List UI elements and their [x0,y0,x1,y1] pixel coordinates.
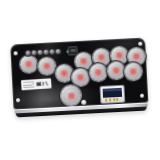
switch-stem [79,57,86,64]
fn-1-button [25,50,30,55]
punch-2-button [92,48,110,66]
fn-5-button [49,49,54,54]
top-plate [10,38,148,110]
fn-4-button [43,49,48,54]
switch-stem [60,69,67,76]
punch-4-button [127,47,145,65]
product-photo [0,0,160,160]
punch-1-button [74,52,92,70]
usb-port [68,47,76,54]
sticker-qr-code [36,81,41,86]
usb-slot [70,49,75,52]
spec-label-sticker [21,78,52,90]
switch-stem [76,73,83,80]
kick-3-button [107,61,125,79]
screw-bottom-left [16,98,20,102]
switch-stem [94,68,101,75]
fn-2-button [31,50,36,55]
switch-stem [112,66,119,73]
up-jump-button [60,85,81,106]
move-down-button [37,57,55,75]
arcade-controller [10,38,149,118]
oled-screen [103,87,122,97]
punch-3-button [110,46,128,64]
kick-1-button [71,68,89,86]
switch-stem [25,60,32,67]
sticker-cert-icons [42,81,49,86]
switch-stem [115,51,122,58]
switch-stem [43,62,50,69]
kick-4-button [124,62,142,80]
screw-bottom-right [140,94,144,98]
fn-3-button [37,49,42,54]
screw-front-center [81,99,86,104]
move-right-button [55,64,73,82]
switch-stem [97,53,104,60]
kick-2-button [89,63,107,81]
sticker-text-lines [23,81,34,88]
switch-stem [132,52,139,59]
switch-stem [129,68,136,75]
oled-header-pins [105,98,120,102]
screw-top-left [14,51,18,55]
switch-stem [67,92,74,99]
screw-top-right [138,42,142,46]
status-led [67,50,69,52]
move-left-button [19,55,37,73]
oled-display-module [101,86,125,103]
fn-6-button [55,48,60,53]
